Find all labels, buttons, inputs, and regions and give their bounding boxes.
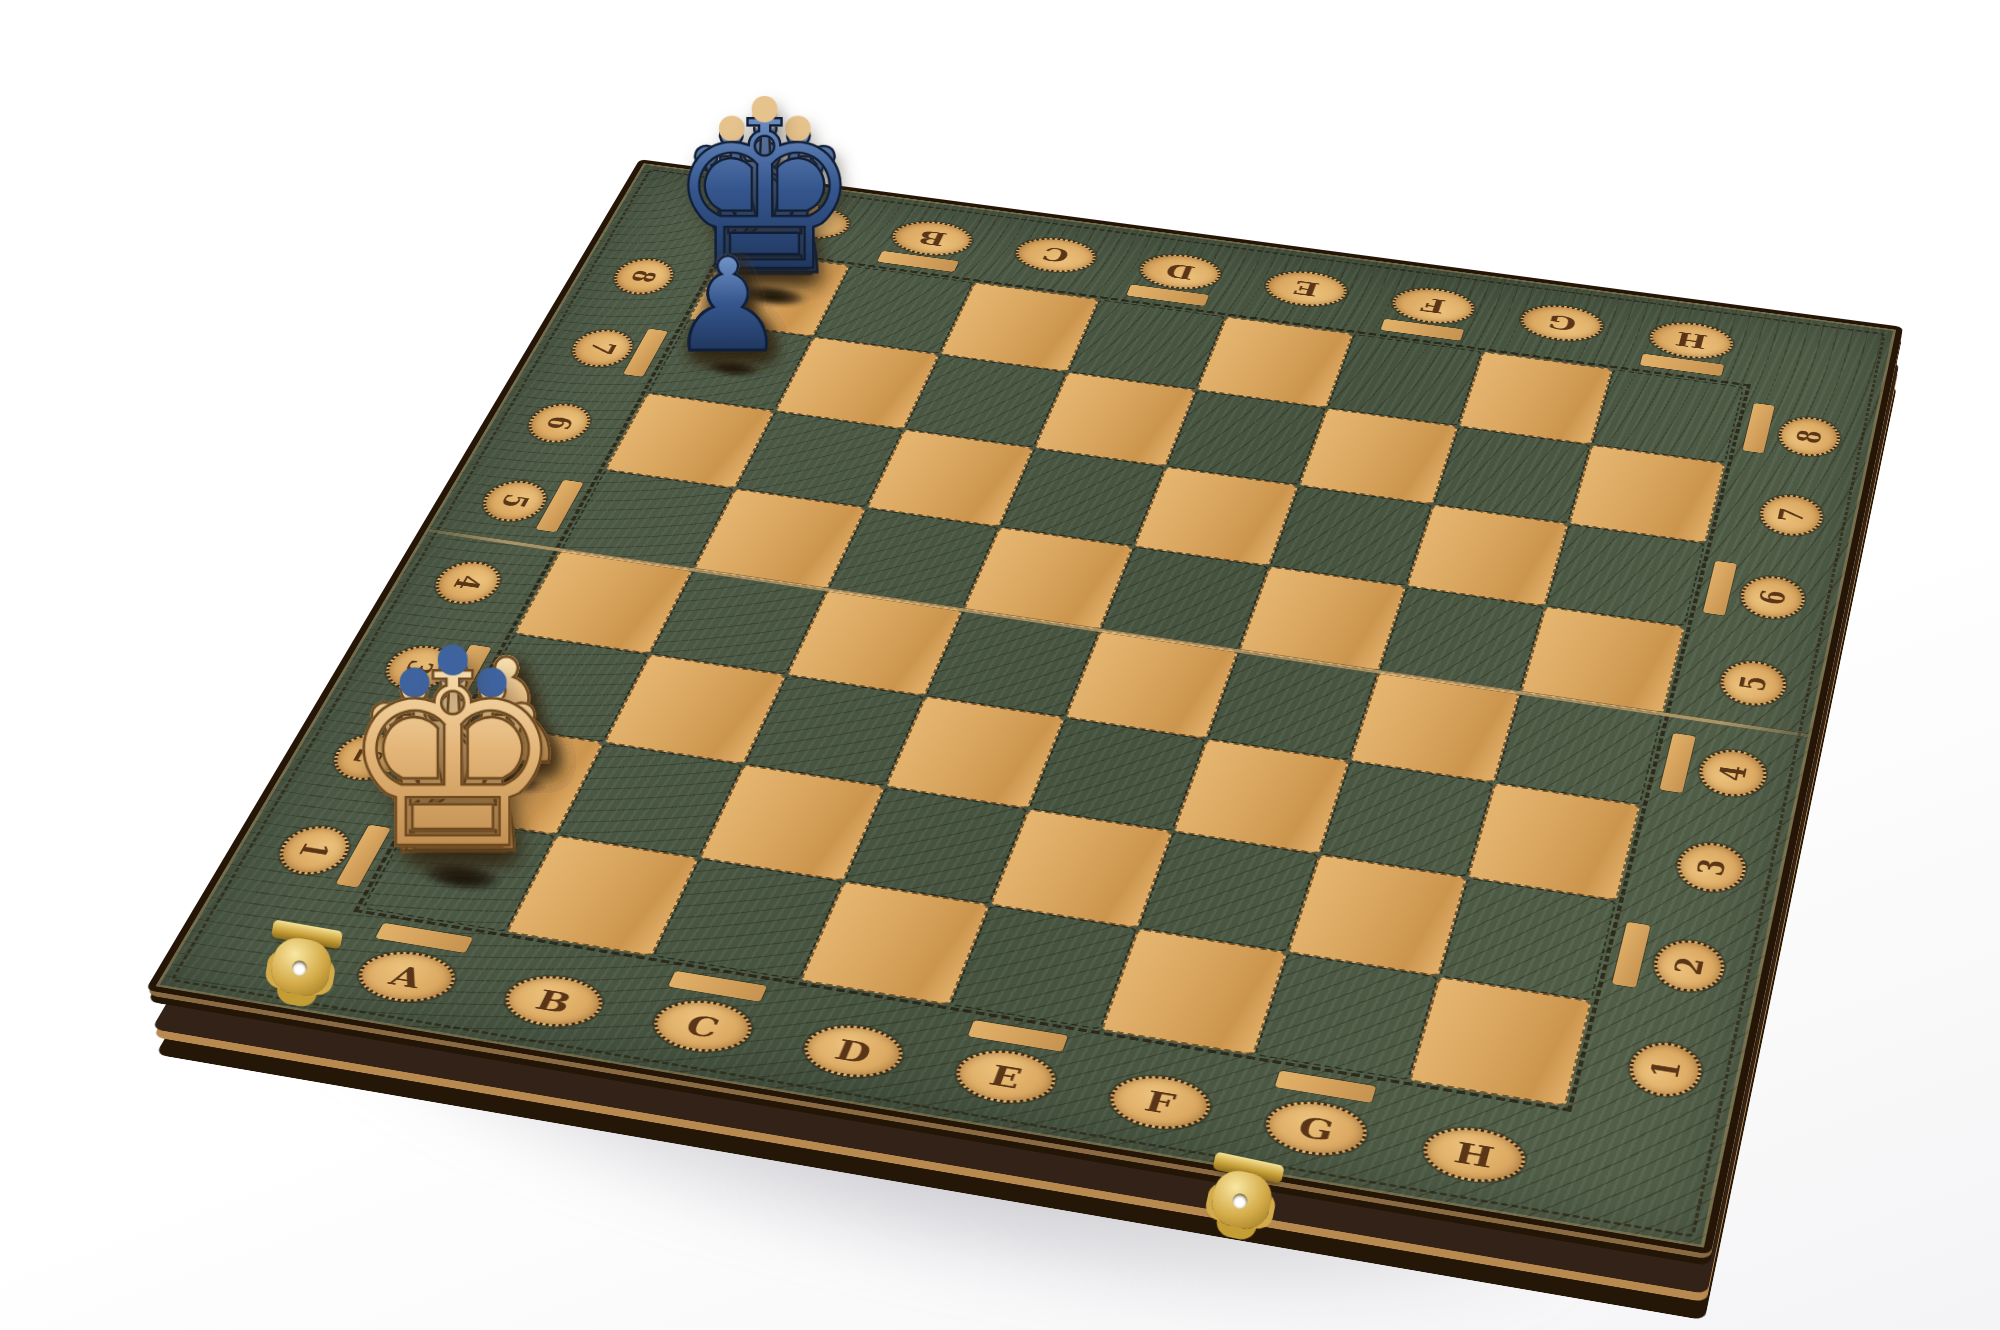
photo-background: 8877665544332211AABBCCDDEEFFGGHH ♜♞♝♛♚♝♞… [0, 0, 2000, 1330]
white-king-finial-accent [438, 645, 468, 675]
white-king-icon: ♚ [326, 631, 580, 885]
black-king-finial-accent [751, 96, 777, 122]
scene: 8877665544332211AABBCCDDEEFFGGHH ♜♞♝♛♚♝♞… [0, 0, 2000, 1330]
chess-board: 8877665544332211AABBCCDDEEFFGGHH ♜♞♝♛♚♝♞… [145, 159, 1903, 1255]
